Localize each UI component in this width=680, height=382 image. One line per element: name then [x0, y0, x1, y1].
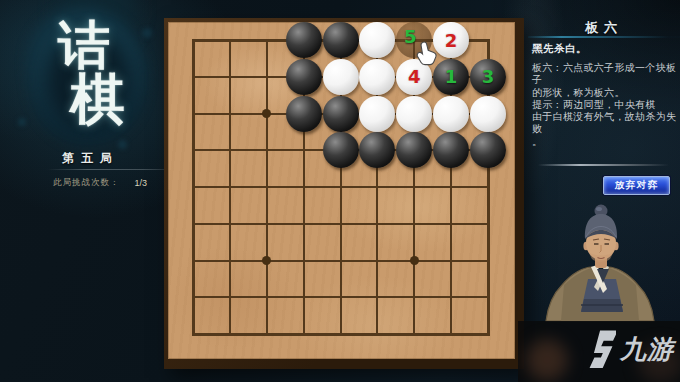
- watermark-text: 九游: [620, 332, 674, 367]
- move-number-3: 3: [470, 59, 506, 95]
- white-stone: [396, 96, 432, 132]
- black-stone: [396, 132, 432, 168]
- npc-character-illustration: [540, 198, 680, 322]
- blurred-blob: [526, 339, 568, 381]
- puzzle-objective: 黑先杀白。: [532, 42, 587, 56]
- white-stone: [470, 96, 506, 132]
- calligraphy-title-char: 棋: [70, 72, 125, 127]
- white-stone: [359, 22, 395, 58]
- black-stone: [323, 132, 359, 168]
- white-stone: [323, 59, 359, 95]
- puzzle-title: 板六: [528, 19, 680, 37]
- black-stone: [470, 132, 506, 168]
- 9game-logo-icon: [586, 329, 616, 373]
- puzzle-description: 板六：六点或六子形成一个块板子的形状，称为板六。提示：两边同型，中央有棋由于白棋…: [532, 62, 678, 148]
- panel-divider-2: [538, 164, 669, 166]
- round-label: 第五局: [18, 150, 163, 167]
- attempts-label: 此局挑战次数：: [53, 177, 120, 189]
- ink-droplet: [18, 118, 26, 126]
- black-stone: [286, 59, 322, 95]
- puzzle-description-line: 由于白棋没有外气，故劫杀为失败: [532, 111, 678, 136]
- puzzle-description-line: 。: [532, 136, 678, 148]
- move-number-1: 1: [433, 59, 469, 95]
- white-stone: [359, 96, 395, 132]
- puzzle-description-line: 的形状，称为板六。: [532, 87, 678, 99]
- black-stone: [359, 132, 395, 168]
- game-screen: 诘 棋 第五局 此局挑战次数： 1/3 12345: [0, 0, 680, 382]
- black-stone: [286, 22, 322, 58]
- attempts-value: 1/3: [135, 178, 148, 188]
- black-stone: [286, 96, 322, 132]
- puzzle-description-line: 提示：两边同型，中央有棋: [532, 99, 678, 111]
- move-number-2: 2: [433, 22, 469, 58]
- star-point: [262, 256, 271, 265]
- white-stone: [433, 96, 469, 132]
- go-board: 12345: [164, 18, 524, 369]
- ink-droplet: [142, 28, 152, 38]
- give-up-button[interactable]: 放弃对弈: [603, 176, 670, 195]
- panel-divider: [528, 36, 680, 38]
- attempts-row: 此局挑战次数： 1/3: [53, 177, 147, 189]
- go-board-surface[interactable]: 12345: [168, 22, 515, 359]
- star-point: [262, 109, 271, 118]
- hand-cursor-icon: [415, 41, 438, 66]
- calligraphy-title-char: 诘: [58, 20, 110, 72]
- watermark-bar: 九游: [518, 321, 680, 382]
- black-stone: [323, 96, 359, 132]
- ink-droplet: [118, 140, 127, 149]
- star-point: [410, 256, 419, 265]
- puzzle-description-line: 板六：六点或六子形成一个块板子: [532, 62, 678, 87]
- white-stone: [359, 59, 395, 95]
- black-stone: [323, 22, 359, 58]
- go-board-grid: 12345: [193, 40, 488, 334]
- black-stone: [433, 132, 469, 168]
